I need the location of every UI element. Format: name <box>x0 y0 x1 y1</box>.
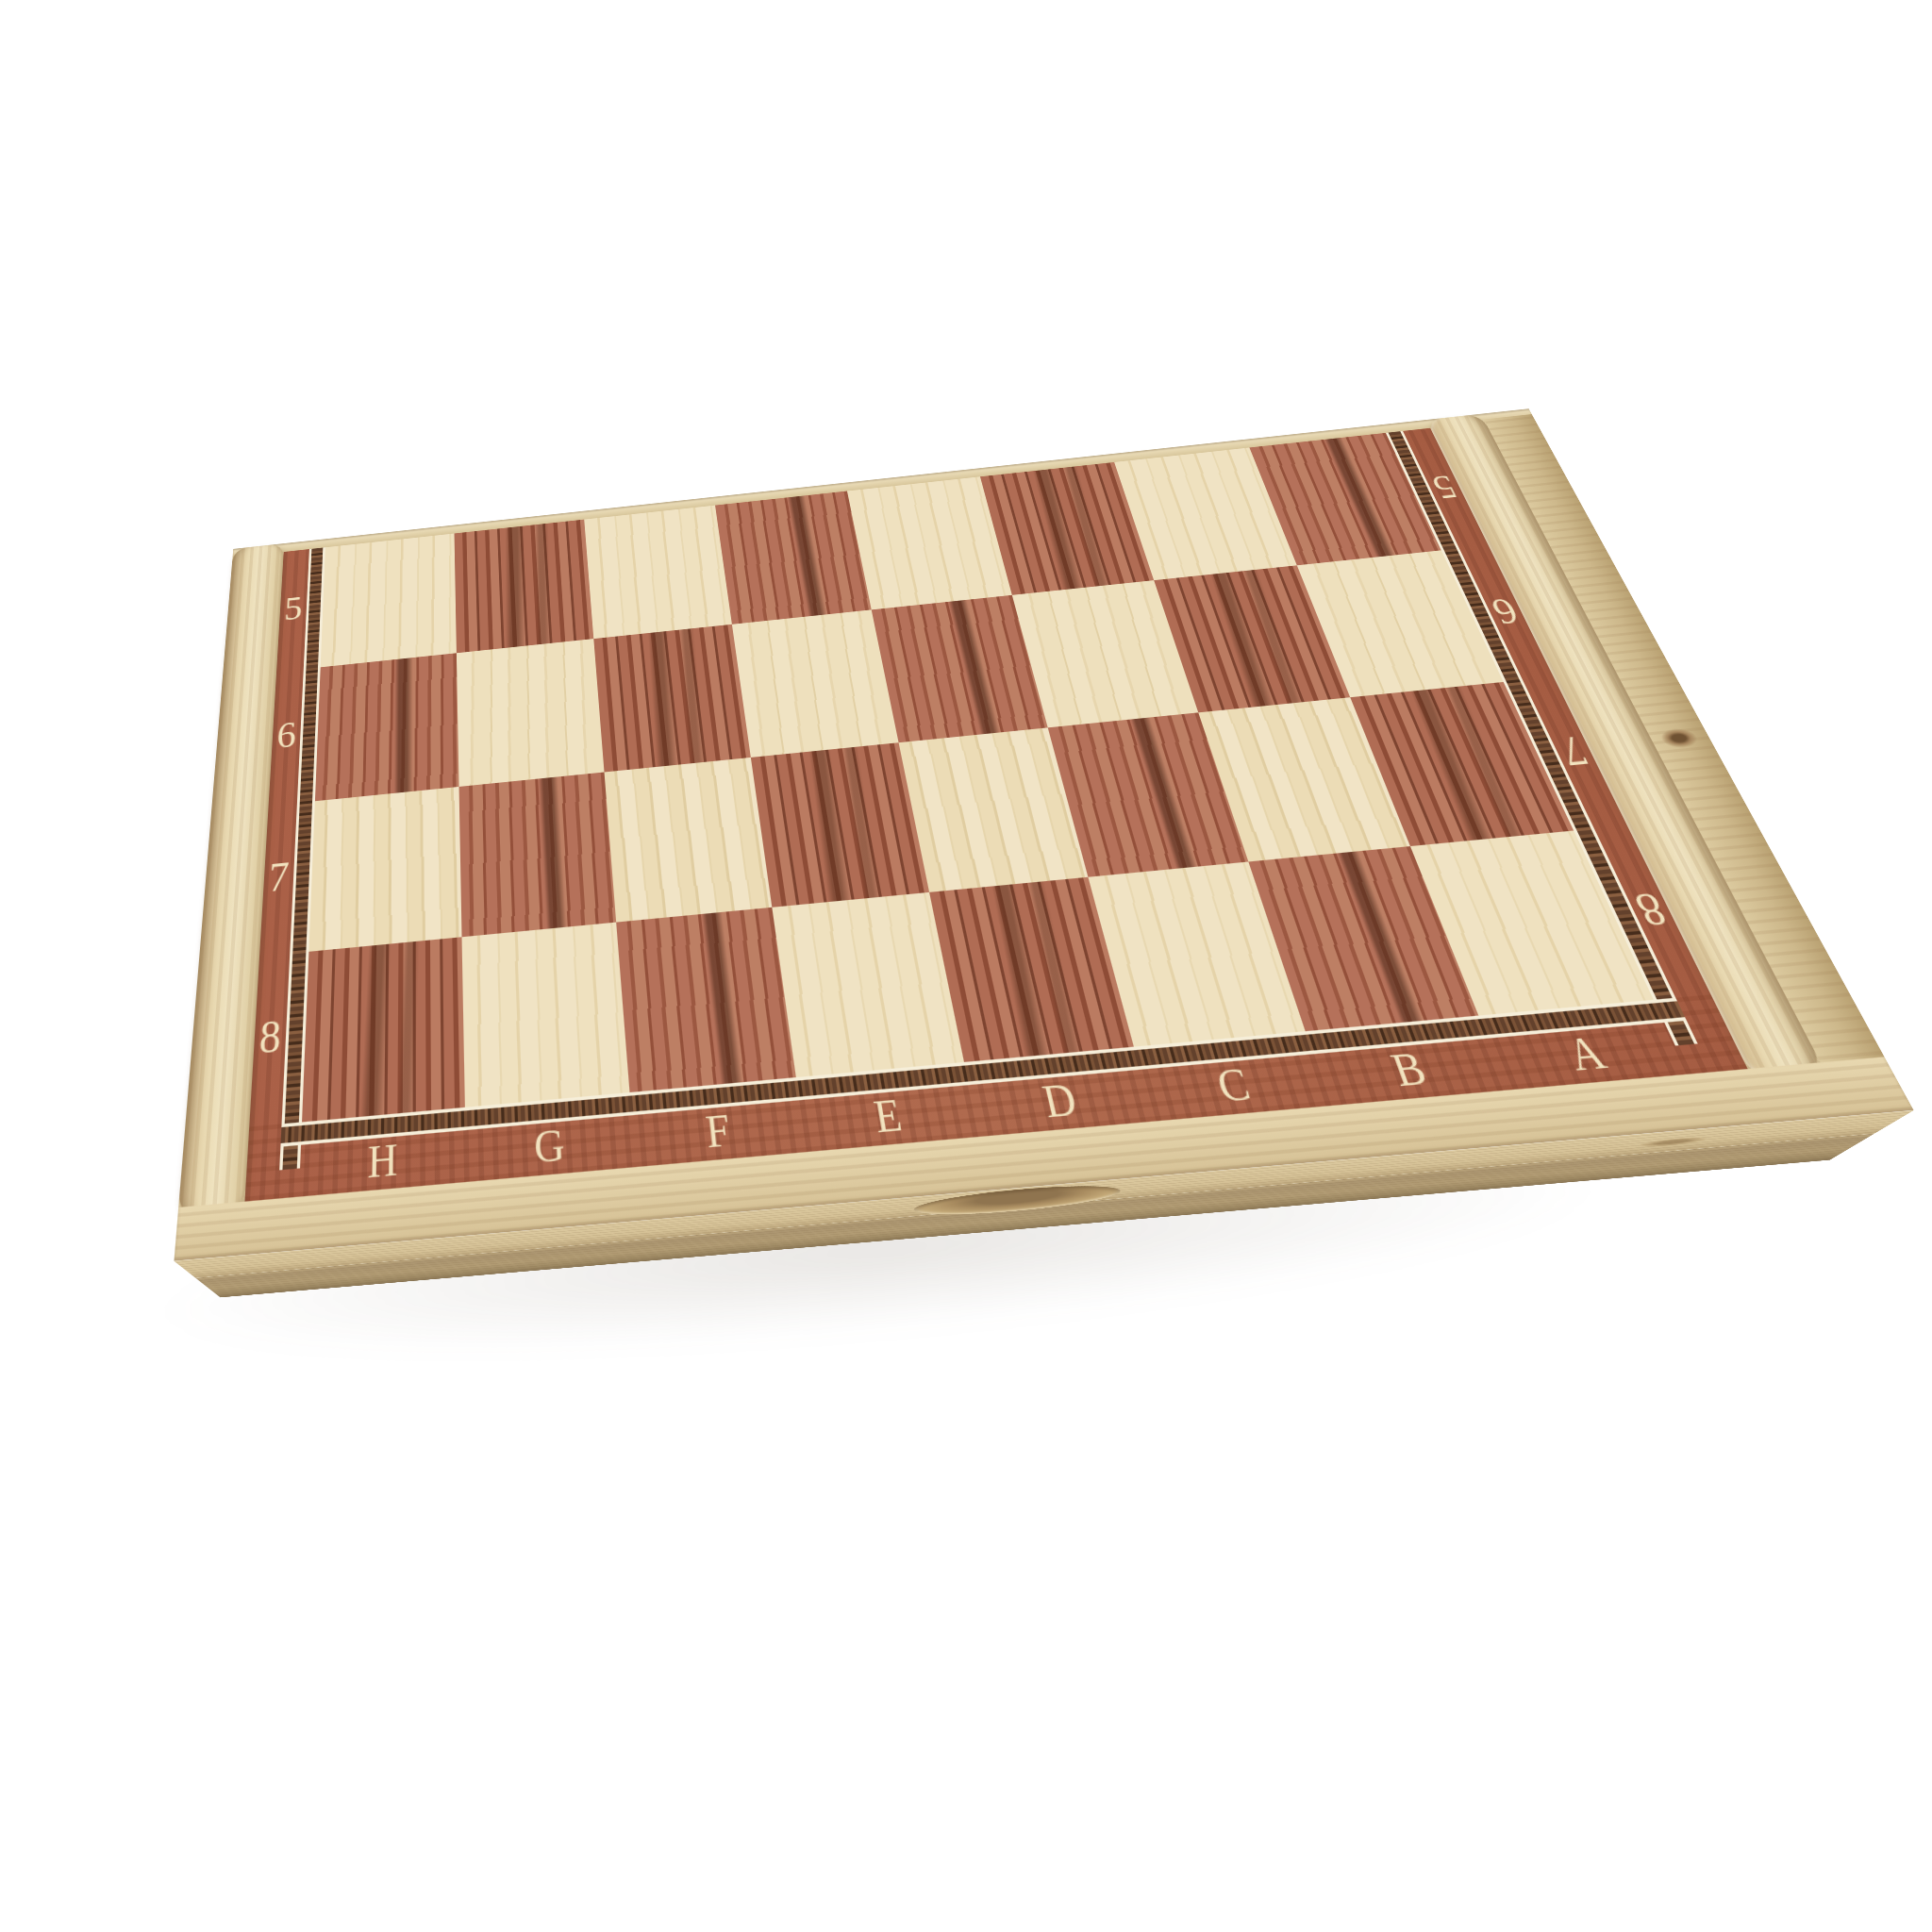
scene: 56785678HGFEDCBA <box>0 0 1932 1932</box>
square-c7 <box>1048 712 1249 876</box>
square-f5 <box>584 506 732 639</box>
square-e7 <box>751 742 929 908</box>
wood-knot <box>1657 727 1702 749</box>
square-h6 <box>315 653 459 801</box>
square-h7 <box>308 787 461 952</box>
square-f8 <box>616 908 796 1092</box>
rank-label-left-8: 8 <box>253 1008 287 1067</box>
right-end-rail <box>1426 414 1825 1079</box>
front-wood-knot <box>1634 1135 1712 1148</box>
square-g7 <box>459 772 617 937</box>
square-g5 <box>455 520 594 654</box>
rank-label-left-7: 7 <box>262 852 294 904</box>
rank-label-right-7: 7 <box>1546 725 1602 776</box>
file-label-b: B <box>1356 1040 1463 1099</box>
square-b8 <box>1248 846 1478 1031</box>
square-e5 <box>715 491 872 625</box>
file-label-h: H <box>341 1132 425 1191</box>
file-label-f: F <box>673 1102 763 1161</box>
square-h5 <box>321 533 457 667</box>
square-h8 <box>302 937 465 1122</box>
file-label-e: E <box>841 1087 936 1146</box>
square-e6 <box>732 609 899 758</box>
rank-label-right-8: 8 <box>1621 880 1682 939</box>
file-label-c: C <box>1182 1056 1285 1115</box>
file-label-d: D <box>1011 1071 1110 1130</box>
rank-label-left-5: 5 <box>279 588 308 629</box>
square-f7 <box>605 758 773 923</box>
square-d8 <box>929 877 1134 1062</box>
right-end-cap <box>1484 414 1890 1072</box>
folded-chess-box: 56785678HGFEDCBA <box>174 408 1913 1261</box>
file-label-a: A <box>1531 1024 1642 1084</box>
file-label-g: G <box>507 1117 592 1176</box>
rank-label-left-6: 6 <box>272 712 302 758</box>
square-a8 <box>1410 830 1654 1015</box>
photo-background: 56785678HGFEDCBA <box>0 0 1932 1932</box>
square-e8 <box>772 892 964 1077</box>
square-b7 <box>1198 697 1410 861</box>
border-inlay-bottom <box>280 998 1686 1147</box>
square-c8 <box>1088 861 1305 1046</box>
square-a7 <box>1350 682 1574 846</box>
square-f6 <box>593 625 751 773</box>
square-g6 <box>457 639 605 787</box>
square-g8 <box>462 923 630 1108</box>
